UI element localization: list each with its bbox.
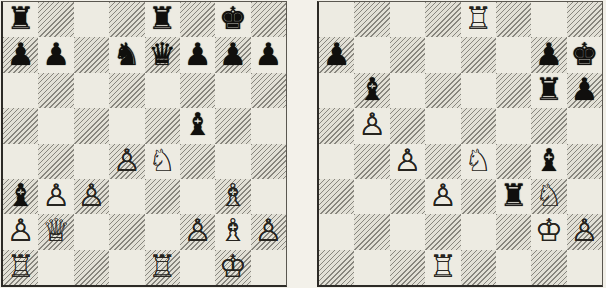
- square-g5: [531, 108, 566, 143]
- black-knight-d7: ♞: [113, 39, 141, 70]
- square-e1: [461, 250, 496, 285]
- square-e7: [461, 37, 496, 72]
- square-a5: [3, 108, 38, 143]
- square-b8: [38, 2, 73, 37]
- square-c2: [74, 214, 109, 249]
- square-d1: ♖: [425, 250, 460, 285]
- square-d6: [425, 73, 460, 108]
- black-bishop-b6: ♝: [358, 74, 386, 105]
- square-g4: ♝: [531, 144, 566, 179]
- square-h3: [251, 179, 286, 214]
- square-h7: ♟: [251, 37, 286, 72]
- square-b6: [38, 73, 73, 108]
- square-d7: [425, 37, 460, 72]
- square-b3: ♙: [38, 179, 73, 214]
- white-knight-e4: ♘: [148, 145, 176, 176]
- square-f4: [180, 144, 215, 179]
- white-pawn-b3: ♙: [42, 180, 70, 211]
- white-pawn-h2: ♙: [570, 215, 598, 246]
- black-pawn-h6: ♟: [570, 74, 598, 105]
- square-b5: [38, 108, 73, 143]
- square-h1: [567, 250, 602, 285]
- square-h3: [567, 179, 602, 214]
- black-bishop-a3: ♝: [7, 180, 35, 211]
- square-e4: ♘: [461, 144, 496, 179]
- square-c3: [390, 179, 425, 214]
- square-c4: ♙: [390, 144, 425, 179]
- square-a7: ♟: [319, 37, 354, 72]
- square-d3: [109, 179, 144, 214]
- page-gutter: [289, 0, 317, 288]
- black-rook-f3: ♜: [500, 180, 528, 211]
- square-e2: [145, 214, 180, 249]
- square-d8: [109, 2, 144, 37]
- square-a8: ♜: [3, 2, 38, 37]
- white-pawn-c3: ♙: [78, 180, 106, 211]
- square-a7: ♟: [3, 37, 38, 72]
- square-a2: ♙: [3, 214, 38, 249]
- square-g4: [215, 144, 250, 179]
- square-a5: [319, 108, 354, 143]
- left-chess-diagram: ♜♜♚♟♟♞♛♟♟♟♝♙♘♝♙♙♗♙♕♙♗♙♖♖♔: [1, 1, 287, 287]
- square-e5: [145, 108, 180, 143]
- square-a8: [319, 2, 354, 37]
- square-a4: [319, 144, 354, 179]
- square-f4: [496, 144, 531, 179]
- square-g1: [531, 250, 566, 285]
- square-h6: ♟: [567, 73, 602, 108]
- square-c1: [74, 250, 109, 285]
- right-chess-diagram: ♖♟♟♚♝♜♟♙♙♘♝♙♜♘♔♙♖: [317, 1, 603, 287]
- square-f7: [496, 37, 531, 72]
- square-d3: ♙: [425, 179, 460, 214]
- square-c5: [74, 108, 109, 143]
- square-h7: ♚: [567, 37, 602, 72]
- black-king-h7: ♚: [570, 39, 598, 70]
- square-f5: [496, 108, 531, 143]
- square-a6: [3, 73, 38, 108]
- square-a1: [319, 250, 354, 285]
- square-d4: ♙: [109, 144, 144, 179]
- square-d7: ♞: [109, 37, 144, 72]
- square-a1: ♖: [3, 250, 38, 285]
- square-e6: [145, 73, 180, 108]
- square-d8: [425, 2, 460, 37]
- square-g6: [215, 73, 250, 108]
- square-e7: ♛: [145, 37, 180, 72]
- square-d4: [425, 144, 460, 179]
- square-b7: ♟: [38, 37, 73, 72]
- black-king-g8: ♚: [219, 3, 247, 34]
- square-a6: [319, 73, 354, 108]
- square-b4: [38, 144, 73, 179]
- square-b6: ♝: [354, 73, 389, 108]
- square-b2: [354, 214, 389, 249]
- square-b1: [354, 250, 389, 285]
- square-g1: ♔: [215, 250, 250, 285]
- square-c7: [74, 37, 109, 72]
- white-bishop-g2: ♗: [219, 215, 247, 246]
- black-bishop-f5: ♝: [184, 109, 212, 140]
- white-rook-d1: ♖: [429, 251, 457, 282]
- square-h2: ♙: [567, 214, 602, 249]
- square-g3: ♘: [531, 179, 566, 214]
- square-a3: ♝: [3, 179, 38, 214]
- square-g8: [531, 2, 566, 37]
- square-d2: [425, 214, 460, 249]
- square-h4: [567, 144, 602, 179]
- book-page-scan: ♜♜♚♟♟♞♛♟♟♟♝♙♘♝♙♙♗♙♕♙♗♙♖♖♔ ♖♟♟♚♝♜♟♙♙♘♝♙♜♘…: [0, 0, 606, 288]
- square-g2: ♗: [215, 214, 250, 249]
- square-d1: [109, 250, 144, 285]
- square-h5: [567, 108, 602, 143]
- square-e3: [461, 179, 496, 214]
- black-pawn-g7: ♟: [535, 39, 563, 70]
- square-e6: [461, 73, 496, 108]
- square-b8: [354, 2, 389, 37]
- square-e3: [145, 179, 180, 214]
- square-f7: ♟: [180, 37, 215, 72]
- white-pawn-d4: ♙: [113, 145, 141, 176]
- square-h6: [251, 73, 286, 108]
- white-pawn-a2: ♙: [7, 215, 35, 246]
- white-rook-e8: ♖: [464, 3, 492, 34]
- black-pawn-g7: ♟: [219, 39, 247, 70]
- square-h8: [251, 2, 286, 37]
- square-g3: ♗: [215, 179, 250, 214]
- square-e1: ♖: [145, 250, 180, 285]
- square-g5: [215, 108, 250, 143]
- square-c7: [390, 37, 425, 72]
- square-d5: [109, 108, 144, 143]
- white-pawn-b5: ♙: [358, 109, 386, 140]
- square-a4: [3, 144, 38, 179]
- square-e5: [461, 108, 496, 143]
- black-bishop-g4: ♝: [535, 145, 563, 176]
- white-king-g2: ♔: [535, 215, 563, 246]
- black-pawn-a7: ♟: [323, 39, 351, 70]
- square-h1: [251, 250, 286, 285]
- square-f1: [496, 250, 531, 285]
- square-f3: [180, 179, 215, 214]
- square-a2: [319, 214, 354, 249]
- square-b7: [354, 37, 389, 72]
- square-f8: [180, 2, 215, 37]
- square-g2: ♔: [531, 214, 566, 249]
- white-king-g1: ♔: [219, 251, 247, 282]
- square-d6: [109, 73, 144, 108]
- square-e2: [461, 214, 496, 249]
- square-g8: ♚: [215, 2, 250, 37]
- square-f2: ♙: [180, 214, 215, 249]
- square-e4: ♘: [145, 144, 180, 179]
- square-h4: [251, 144, 286, 179]
- square-b1: [38, 250, 73, 285]
- square-d5: [425, 108, 460, 143]
- square-h5: [251, 108, 286, 143]
- square-c8: [390, 2, 425, 37]
- square-b4: [354, 144, 389, 179]
- white-pawn-c4: ♙: [394, 145, 422, 176]
- black-queen-e7: ♛: [148, 39, 176, 70]
- square-c3: ♙: [74, 179, 109, 214]
- white-rook-e1: ♖: [148, 251, 176, 282]
- square-h8: [567, 2, 602, 37]
- square-b2: ♕: [38, 214, 73, 249]
- white-knight-g3: ♘: [535, 180, 563, 211]
- square-f6: [496, 73, 531, 108]
- black-pawn-f7: ♟: [184, 39, 212, 70]
- square-d2: [109, 214, 144, 249]
- square-c2: [390, 214, 425, 249]
- square-g7: ♟: [215, 37, 250, 72]
- black-rook-e8: ♜: [148, 3, 176, 34]
- white-pawn-d3: ♙: [429, 180, 457, 211]
- square-b3: [354, 179, 389, 214]
- square-f6: [180, 73, 215, 108]
- square-f5: ♝: [180, 108, 215, 143]
- square-c8: [74, 2, 109, 37]
- white-knight-e4: ♘: [464, 145, 492, 176]
- square-f2: [496, 214, 531, 249]
- square-e8: ♖: [461, 2, 496, 37]
- white-rook-a1: ♖: [7, 251, 35, 282]
- square-c6: [390, 73, 425, 108]
- square-f8: [496, 2, 531, 37]
- square-c4: [74, 144, 109, 179]
- white-pawn-f2: ♙: [184, 215, 212, 246]
- black-rook-g6: ♜: [535, 74, 563, 105]
- square-h2: ♙: [251, 214, 286, 249]
- black-pawn-b7: ♟: [42, 39, 70, 70]
- square-b5: ♙: [354, 108, 389, 143]
- square-e8: ♜: [145, 2, 180, 37]
- square-c1: [390, 250, 425, 285]
- black-pawn-a7: ♟: [7, 39, 35, 70]
- square-f3: ♜: [496, 179, 531, 214]
- black-pawn-h7: ♟: [254, 39, 282, 70]
- square-g7: ♟: [531, 37, 566, 72]
- square-c6: [74, 73, 109, 108]
- square-g6: ♜: [531, 73, 566, 108]
- white-pawn-h2: ♙: [254, 215, 282, 246]
- white-bishop-g3: ♗: [219, 180, 247, 211]
- square-c5: [390, 108, 425, 143]
- white-queen-b2: ♕: [42, 215, 70, 246]
- black-rook-a8: ♜: [7, 3, 35, 34]
- square-a3: [319, 179, 354, 214]
- square-f1: [180, 250, 215, 285]
